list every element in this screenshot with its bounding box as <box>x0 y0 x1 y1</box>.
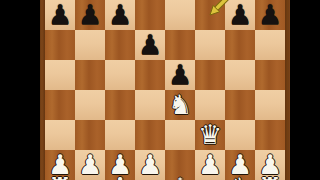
square-a7[interactable]: ♟ <box>45 0 75 30</box>
square-d4[interactable] <box>135 90 165 120</box>
black-pawn-c7[interactable]: ♟ <box>108 0 132 30</box>
white-pawn-f2[interactable]: ♟ <box>198 150 222 180</box>
square-e6[interactable] <box>165 30 195 60</box>
square-f7[interactable] <box>195 0 225 30</box>
square-g5[interactable] <box>225 60 255 90</box>
square-h6[interactable] <box>255 30 285 60</box>
square-f3[interactable]: ♛ <box>195 120 225 150</box>
white-queen-f3[interactable]: ♛ <box>198 120 222 150</box>
white-knight-e4[interactable]: ♞ <box>168 90 192 120</box>
black-pawn-b7[interactable]: ♟ <box>78 0 102 30</box>
video-frame: ♜♞♝♛♝♚♜♟♟♟♟♟♟♟♞♛♟♟♟♟♟♟♟♜♝♚♞♜ <box>0 0 320 180</box>
square-f6[interactable] <box>195 30 225 60</box>
square-d5[interactable] <box>135 60 165 90</box>
white-knight-g1[interactable]: ♞ <box>228 173 252 180</box>
square-a5[interactable] <box>45 60 75 90</box>
black-pawn-g7[interactable]: ♟ <box>228 0 252 30</box>
left-letterbox-bar <box>0 0 40 180</box>
square-g4[interactable] <box>225 90 255 120</box>
black-pawn-d6[interactable]: ♟ <box>138 30 162 60</box>
square-f5[interactable] <box>195 60 225 90</box>
square-c5[interactable] <box>105 60 135 90</box>
white-king-e1[interactable]: ♚ <box>168 173 192 180</box>
square-g7[interactable]: ♟ <box>225 0 255 30</box>
square-h4[interactable] <box>255 90 285 120</box>
square-b2[interactable]: ♟ <box>75 150 105 180</box>
right-letterbox-bar <box>290 0 320 180</box>
square-h7[interactable]: ♟ <box>255 0 285 30</box>
white-pawn-b2[interactable]: ♟ <box>78 150 102 180</box>
black-pawn-a7[interactable]: ♟ <box>48 0 72 30</box>
square-b4[interactable] <box>75 90 105 120</box>
square-b7[interactable]: ♟ <box>75 0 105 30</box>
square-b3[interactable] <box>75 120 105 150</box>
square-c4[interactable] <box>105 90 135 120</box>
square-h3[interactable] <box>255 120 285 150</box>
square-e3[interactable] <box>165 120 195 150</box>
black-pawn-h7[interactable]: ♟ <box>258 0 282 30</box>
square-e4[interactable]: ♞ <box>165 90 195 120</box>
square-c3[interactable] <box>105 120 135 150</box>
white-bishop-c1[interactable]: ♝ <box>108 173 132 180</box>
square-d2[interactable]: ♟ <box>135 150 165 180</box>
white-pawn-d2[interactable]: ♟ <box>138 150 162 180</box>
square-g3[interactable] <box>225 120 255 150</box>
square-a4[interactable] <box>45 90 75 120</box>
square-f4[interactable] <box>195 90 225 120</box>
square-c7[interactable]: ♟ <box>105 0 135 30</box>
square-g6[interactable] <box>225 30 255 60</box>
square-h5[interactable] <box>255 60 285 90</box>
black-pawn-e5[interactable]: ♟ <box>168 60 192 90</box>
square-e7[interactable] <box>165 0 195 30</box>
square-b5[interactable] <box>75 60 105 90</box>
square-a6[interactable] <box>45 30 75 60</box>
square-f2[interactable]: ♟ <box>195 150 225 180</box>
square-d3[interactable] <box>135 120 165 150</box>
white-rook-h1[interactable]: ♜ <box>258 173 282 180</box>
chess-board: ♜♞♝♛♝♚♜♟♟♟♟♟♟♟♞♛♟♟♟♟♟♟♟♜♝♚♞♜ <box>45 0 285 180</box>
chess-board-frame: ♜♞♝♛♝♚♜♟♟♟♟♟♟♟♞♛♟♟♟♟♟♟♟♜♝♚♞♜ <box>40 0 290 180</box>
white-rook-a1[interactable]: ♜ <box>48 173 72 180</box>
square-e5[interactable]: ♟ <box>165 60 195 90</box>
square-b6[interactable] <box>75 30 105 60</box>
square-a3[interactable] <box>45 120 75 150</box>
square-d6[interactable]: ♟ <box>135 30 165 60</box>
square-d7[interactable] <box>135 0 165 30</box>
square-c6[interactable] <box>105 30 135 60</box>
